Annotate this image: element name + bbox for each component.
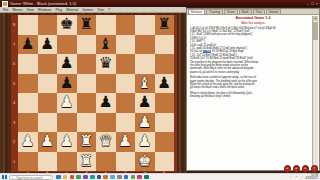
square-a2[interactable]: ♟: [18, 132, 38, 152]
recorder-button[interactable]: ⏺: [302, 165, 310, 173]
white-piece[interactable]: ♜: [77, 152, 97, 172]
square-f7[interactable]: [116, 35, 136, 55]
square-a3[interactable]: [18, 113, 38, 133]
menu-item-play[interactable]: Play: [56, 8, 63, 12]
tab-score[interactable]: Score: [224, 9, 238, 14]
black-piece[interactable]: ♟: [57, 74, 77, 94]
taskbar-app-icon[interactable]: [103, 175, 108, 180]
panel-tabs: NotationTrainingScoreBookTreeGames: [187, 9, 319, 15]
square-b6[interactable]: [38, 54, 58, 74]
menu-item-view[interactable]: View: [26, 8, 33, 12]
white-piece[interactable]: ♚: [135, 152, 155, 172]
close-button[interactable]: ×: [316, 1, 318, 6]
square-f8[interactable]: [116, 15, 136, 35]
taskbar-app-icon[interactable]: [90, 175, 95, 180]
square-h1[interactable]: [155, 152, 175, 172]
square-f1[interactable]: [116, 152, 136, 172]
menu-item-games[interactable]: Games: [82, 8, 93, 12]
chess-board[interactable]: ♚♜♜♟♟♝♟♛♟♝♟♟♟♟♟♟♟♟♜♛♟♟♜♚: [18, 15, 174, 171]
system-tray: ⌃ ◠ ◔ 10:38 4/18/2021: [290, 174, 318, 180]
square-c5[interactable]: ♟: [57, 74, 77, 94]
square-h2[interactable]: [155, 132, 175, 152]
white-piece[interactable]: ♟: [57, 132, 77, 152]
square-e7[interactable]: ♝: [96, 35, 116, 55]
square-b2[interactable]: ♟: [38, 132, 58, 152]
app-icon: [2, 1, 8, 7]
game-header-event: Main line analysis: [187, 21, 319, 25]
square-e5[interactable]: [96, 74, 116, 94]
square-c7[interactable]: [57, 35, 77, 55]
white-piece[interactable]: ♟: [38, 132, 58, 152]
black-piece[interactable]: ♟: [18, 35, 38, 55]
square-a4[interactable]: [18, 93, 38, 113]
square-a5[interactable]: [18, 74, 38, 94]
square-g6[interactable]: [135, 54, 155, 74]
square-a8[interactable]: [18, 15, 38, 35]
square-g4[interactable]: ♟: [135, 93, 155, 113]
menu-item-file[interactable]: File: [3, 8, 8, 12]
scroll-up-arrow[interactable]: ▲: [313, 16, 318, 21]
white-piece[interactable]: ♟: [135, 113, 155, 133]
tab-notation[interactable]: Notation: [188, 9, 205, 14]
white-piece[interactable]: ♟: [57, 93, 77, 113]
notation-line[interactable]: breaking up the black king's shelter.: [190, 95, 312, 98]
taskbar-app-icon[interactable]: [97, 175, 102, 180]
square-a6[interactable]: [18, 54, 38, 74]
square-c2[interactable]: ♟: [57, 132, 77, 152]
square-d6[interactable]: [77, 54, 97, 74]
square-f4[interactable]: [116, 93, 136, 113]
square-e6[interactable]: ♛: [96, 54, 116, 74]
rank-labels: 87654321: [11, 15, 17, 171]
current-move-highlight[interactable]: 17.Rd2: [203, 50, 211, 53]
taskbar-app-icon[interactable]: [131, 175, 136, 180]
tab-games[interactable]: Games: [266, 9, 282, 14]
taskbar-app-icons: [56, 175, 149, 180]
square-d7[interactable]: [77, 35, 97, 55]
black-piece[interactable]: ♜: [77, 15, 97, 35]
white-piece[interactable]: ♝: [135, 74, 155, 94]
taskbar-app-icon[interactable]: [117, 175, 122, 180]
square-d2[interactable]: ♜: [77, 132, 97, 152]
tray-icons[interactable]: ⌃ ◠ ◔: [290, 175, 304, 179]
menu-item-moves[interactable]: Moves: [12, 8, 22, 12]
search-icon: ⌕: [12, 176, 14, 180]
square-h7[interactable]: [155, 35, 175, 55]
notation-panel: NotationTrainingScoreBookTreeGames Annot…: [186, 8, 320, 171]
square-c3[interactable]: [57, 113, 77, 133]
minimize-button[interactable]: –: [307, 1, 309, 6]
search-placeholder: Type here to search: [16, 176, 43, 180]
black-piece[interactable]: ♟: [135, 93, 155, 113]
square-g3[interactable]: ♟: [135, 113, 155, 133]
menu-item-windows[interactable]: Windows: [38, 8, 52, 12]
square-d8[interactable]: ♜: [77, 15, 97, 35]
scrollbar[interactable]: ▲ ▼: [312, 16, 318, 170]
tab-tree[interactable]: Tree: [253, 9, 265, 14]
square-b1[interactable]: [38, 152, 58, 172]
square-a1[interactable]: [18, 152, 38, 172]
square-g1[interactable]: ♚: [135, 152, 155, 172]
recorder-button[interactable]: ⏸: [284, 165, 292, 173]
square-c4[interactable]: ♟: [57, 93, 77, 113]
square-c8[interactable]: ♚: [57, 15, 77, 35]
square-e1[interactable]: [96, 152, 116, 172]
square-f6[interactable]: [116, 54, 136, 74]
white-piece[interactable]: ♟: [18, 132, 38, 152]
square-h6[interactable]: [155, 54, 175, 74]
notation-text[interactable]: 1.d4 d5 2.c4 c6 3.Nf3 Nf6 4.Nc3 e6 5.Bg5…: [190, 27, 312, 99]
square-g5[interactable]: ♝: [135, 74, 155, 94]
square-e2[interactable]: ♛: [96, 132, 116, 152]
square-g2[interactable]: ♟: [135, 132, 155, 152]
notation-line[interactable]: pawns e4, g4 and h5 to create counterpla…: [190, 71, 312, 74]
taskbar-app-icon[interactable]: [83, 175, 88, 180]
taskbar-app-icon[interactable]: [56, 175, 61, 180]
tab-training[interactable]: Training: [206, 9, 223, 14]
menu-item-material[interactable]: Material: [66, 8, 78, 12]
taskbar-app-icon[interactable]: [124, 175, 129, 180]
taskbar-app-icon[interactable]: [144, 175, 149, 180]
square-h3[interactable]: [155, 113, 175, 133]
square-g8[interactable]: [135, 15, 155, 35]
taskbar: ⌕ Type here to search ⌃ ◠ ◔ 10:38 4/18/2…: [0, 173, 320, 180]
taskbar-app-icon[interactable]: [137, 175, 142, 180]
square-a7[interactable]: ♟: [18, 35, 38, 55]
tab-book[interactable]: Book: [239, 9, 252, 14]
taskbar-app-icon[interactable]: [110, 175, 115, 180]
taskbar-clock[interactable]: 10:38 4/18/2021: [306, 174, 318, 180]
taskbar-app-icon[interactable]: [76, 175, 81, 180]
square-h4[interactable]: [155, 93, 175, 113]
taskbar-app-icon[interactable]: [63, 175, 68, 180]
square-c1[interactable]: [57, 152, 77, 172]
black-piece[interactable]: ♝: [96, 35, 116, 55]
square-d5[interactable]: [77, 74, 97, 94]
square-b8[interactable]: [38, 15, 58, 35]
square-c6[interactable]: ♟: [57, 54, 77, 74]
square-f5[interactable]: [116, 74, 136, 94]
square-e8[interactable]: [96, 15, 116, 35]
recorder-button[interactable]: ✕: [311, 165, 319, 173]
game-header: Annotated Game 1-0 Main line analysis: [187, 16, 319, 25]
black-piece[interactable]: ♟: [96, 93, 116, 113]
square-h5[interactable]: ♟: [155, 74, 175, 94]
notation-line[interactable]: g5 keeps the black rooks tied to the bac…: [190, 86, 312, 89]
square-d4[interactable]: [77, 93, 97, 113]
taskbar-app-icon[interactable]: [70, 175, 75, 180]
square-b7[interactable]: ♟: [38, 35, 58, 55]
square-b5[interactable]: [38, 74, 58, 94]
square-f3[interactable]: [116, 113, 136, 133]
square-b4[interactable]: [38, 93, 58, 113]
black-piece[interactable]: ♟: [38, 35, 58, 55]
square-d1[interactable]: ♜: [77, 152, 97, 172]
black-piece[interactable]: ♚: [57, 15, 77, 35]
start-button[interactable]: [2, 175, 7, 180]
white-piece[interactable]: ♛: [96, 132, 116, 152]
maximize-button[interactable]: □: [311, 1, 313, 6]
window-title: Game: White - Black (annotated, 1-0): [10, 1, 76, 6]
square-d3[interactable]: [77, 113, 97, 133]
title-bar: Game: White - Black (annotated, 1-0) – □…: [0, 0, 320, 7]
black-piece[interactable]: ♛: [96, 54, 116, 74]
black-piece[interactable]: ♟: [155, 74, 175, 94]
menu-item-[interactable]: ?: [108, 8, 110, 12]
square-g7[interactable]: [135, 35, 155, 55]
recorder-button[interactable]: ⏹: [293, 165, 301, 173]
white-piece[interactable]: ♟: [116, 132, 136, 152]
square-e3[interactable]: [96, 113, 116, 133]
recorder-controls: ⏸⏹⏺✕: [284, 165, 319, 173]
white-piece[interactable]: ♟: [135, 132, 155, 152]
square-b3[interactable]: [38, 113, 58, 133]
black-piece[interactable]: ♜: [155, 15, 175, 35]
square-f2[interactable]: ♟: [116, 132, 136, 152]
menu-item-tree[interactable]: Tree: [97, 8, 104, 12]
white-piece[interactable]: ♜: [77, 132, 97, 152]
square-e4[interactable]: ♟: [96, 93, 116, 113]
search-input[interactable]: ⌕ Type here to search: [9, 175, 53, 180]
scroll-thumb[interactable]: [313, 22, 318, 40]
black-piece[interactable]: ♟: [57, 54, 77, 74]
square-h8[interactable]: ♜: [155, 15, 175, 35]
